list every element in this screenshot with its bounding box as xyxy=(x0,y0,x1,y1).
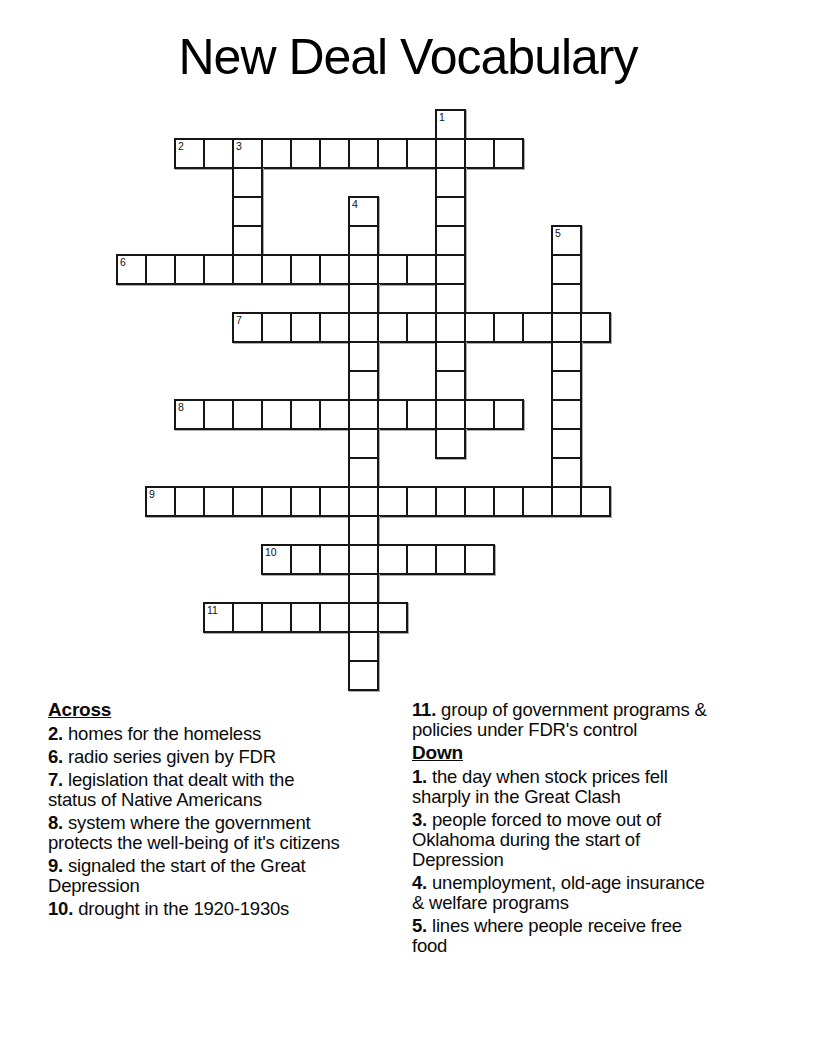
cell-number: 1 xyxy=(439,111,445,123)
cell-r5c15[interactable] xyxy=(551,254,582,285)
cell-r17c5[interactable] xyxy=(261,602,292,633)
cell-r12c15[interactable] xyxy=(551,457,582,488)
cell-r5c1[interactable] xyxy=(145,254,176,285)
cell-r14c8[interactable] xyxy=(348,515,379,546)
cell-r5c6[interactable] xyxy=(290,254,321,285)
cell-r8c11[interactable] xyxy=(435,341,466,372)
clue-number: 2. xyxy=(48,723,63,744)
cell-number: 5 xyxy=(555,227,561,239)
cell-r3c4[interactable] xyxy=(232,196,263,227)
cell-r1c3[interactable] xyxy=(203,138,234,169)
cell-r4c11[interactable] xyxy=(435,225,466,256)
cell-r10c3[interactable] xyxy=(203,399,234,430)
cell-number: 3 xyxy=(236,140,242,152)
cell-r7c12[interactable] xyxy=(464,312,495,343)
clue-text: signaled the start of the Great Depressi… xyxy=(48,855,306,896)
clue-number: 11. xyxy=(412,699,436,720)
cell-r17c8[interactable] xyxy=(348,602,379,633)
cell-r10c11[interactable] xyxy=(435,399,466,430)
cell-number: 11 xyxy=(207,604,218,616)
cell-r8c15[interactable] xyxy=(551,341,582,372)
clue-text: homes for the homeless xyxy=(68,723,261,744)
clue-text: radio series given by FDR xyxy=(68,746,276,767)
cell-r11c11[interactable] xyxy=(435,428,466,459)
cell-r11c15[interactable] xyxy=(551,428,582,459)
clue-down-1: 1.the day when stock prices fell sharply… xyxy=(412,767,784,807)
cell-r9c15[interactable] xyxy=(551,370,582,401)
clue-number: 8. xyxy=(48,812,63,833)
cell-r5c11[interactable] xyxy=(435,254,466,285)
clue-text: the day when stock prices fell sharply i… xyxy=(412,766,668,807)
cell-r17c3[interactable]: 11 xyxy=(203,602,234,633)
cell-r13c4[interactable] xyxy=(232,486,263,517)
cell-r5c10[interactable] xyxy=(406,254,437,285)
cell-r1c2[interactable]: 2 xyxy=(174,138,205,169)
cell-r5c4[interactable] xyxy=(232,254,263,285)
cell-r7c6[interactable] xyxy=(290,312,321,343)
cell-r6c15[interactable] xyxy=(551,283,582,314)
cell-r13c5[interactable] xyxy=(261,486,292,517)
cell-r5c7[interactable] xyxy=(319,254,350,285)
clue-text: people forced to move out of Oklahoma du… xyxy=(412,809,661,870)
cell-r1c8[interactable] xyxy=(348,138,379,169)
cell-r7c10[interactable] xyxy=(406,312,437,343)
clue-number: 3. xyxy=(412,809,427,830)
cell-r0c11[interactable]: 1 xyxy=(435,109,466,140)
cell-r3c11[interactable] xyxy=(435,196,466,227)
cell-r13c6[interactable] xyxy=(290,486,321,517)
clue-down-5: 5.lines where people receive free food xyxy=(412,916,784,956)
cell-r18c8[interactable] xyxy=(348,631,379,662)
cell-r11c8[interactable] xyxy=(348,428,379,459)
across-header: Across xyxy=(48,700,406,720)
cell-r13c7[interactable] xyxy=(319,486,350,517)
cell-r7c11[interactable] xyxy=(435,312,466,343)
cell-r10c6[interactable] xyxy=(290,399,321,430)
crossword-grid: 1234567891011 xyxy=(116,109,611,691)
clue-text: unemployment, old-age insurance & welfar… xyxy=(412,872,705,913)
cell-r6c8[interactable] xyxy=(348,283,379,314)
cell-r13c3[interactable] xyxy=(203,486,234,517)
cell-r10c10[interactable] xyxy=(406,399,437,430)
cell-r7c13[interactable] xyxy=(493,312,524,343)
cell-r7c14[interactable] xyxy=(522,312,553,343)
cell-r10c8[interactable] xyxy=(348,399,379,430)
cell-r15c8[interactable] xyxy=(348,544,379,575)
cell-r4c15[interactable]: 5 xyxy=(551,225,582,256)
cell-r7c5[interactable] xyxy=(261,312,292,343)
cell-r1c9[interactable] xyxy=(377,138,408,169)
cell-r5c3[interactable] xyxy=(203,254,234,285)
clue-across-10: 10.drought in the 1920-1930s xyxy=(48,899,406,919)
clue-down-4: 4.unemployment, old-age insurance & welf… xyxy=(412,873,784,913)
cell-r17c6[interactable] xyxy=(290,602,321,633)
cell-r9c8[interactable] xyxy=(348,370,379,401)
cell-r13c2[interactable] xyxy=(174,486,205,517)
cell-r7c15[interactable] xyxy=(551,312,582,343)
cell-r16c8[interactable] xyxy=(348,573,379,604)
clue-number: 9. xyxy=(48,855,63,876)
cell-r1c4[interactable]: 3 xyxy=(232,138,263,169)
clue-number: 6. xyxy=(48,746,63,767)
cell-r1c6[interactable] xyxy=(290,138,321,169)
cell-r15c12[interactable] xyxy=(464,544,495,575)
cell-r5c2[interactable] xyxy=(174,254,205,285)
cell-r13c8[interactable] xyxy=(348,486,379,517)
cell-r15c7[interactable] xyxy=(319,544,350,575)
cell-r6c11[interactable] xyxy=(435,283,466,314)
cell-r10c4[interactable] xyxy=(232,399,263,430)
cell-r13c13[interactable] xyxy=(493,486,524,517)
cell-r13c14[interactable] xyxy=(522,486,553,517)
cell-r10c7[interactable] xyxy=(319,399,350,430)
cell-r5c0[interactable]: 6 xyxy=(116,254,147,285)
cell-r19c8[interactable] xyxy=(348,660,379,691)
cell-r10c15[interactable] xyxy=(551,399,582,430)
clue-number: 1. xyxy=(412,766,427,787)
clue-across-6: 6.radio series given by FDR xyxy=(48,747,406,767)
cell-r13c11[interactable] xyxy=(435,486,466,517)
cell-number: 9 xyxy=(149,488,155,500)
cell-r15c6[interactable] xyxy=(290,544,321,575)
cell-r10c12[interactable] xyxy=(464,399,495,430)
cell-r10c13[interactable] xyxy=(493,399,524,430)
cell-r4c8[interactable] xyxy=(348,225,379,256)
cell-r13c16[interactable] xyxy=(580,486,611,517)
cell-number: 7 xyxy=(236,314,242,326)
cell-r7c16[interactable] xyxy=(580,312,611,343)
cell-r15c11[interactable] xyxy=(435,544,466,575)
cell-r10c5[interactable] xyxy=(261,399,292,430)
cell-r2c4[interactable] xyxy=(232,167,263,198)
clue-across-9: 9.signaled the start of the Great Depres… xyxy=(48,856,406,896)
clue-text: drought in the 1920-1930s xyxy=(78,898,289,919)
clue-number: 7. xyxy=(48,769,63,790)
cell-r7c7[interactable] xyxy=(319,312,350,343)
cell-number: 6 xyxy=(120,256,126,268)
cell-r13c1[interactable]: 9 xyxy=(145,486,176,517)
cell-r1c10[interactable] xyxy=(406,138,437,169)
cell-r17c9[interactable] xyxy=(377,602,408,633)
cell-r15c5[interactable]: 10 xyxy=(261,544,292,575)
across-clues-column: Across 2.homes for the homeless6.radio s… xyxy=(48,700,406,922)
cell-number: 8 xyxy=(178,401,184,413)
clue-number: 10. xyxy=(48,898,73,919)
clue-across-2: 2.homes for the homeless xyxy=(48,724,406,744)
cell-r5c5[interactable] xyxy=(261,254,292,285)
cell-r15c10[interactable] xyxy=(406,544,437,575)
cell-r3c8[interactable]: 4 xyxy=(348,196,379,227)
cell-r2c11[interactable] xyxy=(435,167,466,198)
clue-text: system where the government protects the… xyxy=(48,812,340,853)
cell-r4c4[interactable] xyxy=(232,225,263,256)
cell-r17c7[interactable] xyxy=(319,602,350,633)
cell-number: 2 xyxy=(178,140,184,152)
cell-r9c11[interactable] xyxy=(435,370,466,401)
clue-across-8: 8.system where the government protects t… xyxy=(48,813,406,853)
cell-r15c9[interactable] xyxy=(377,544,408,575)
down-header: Down xyxy=(412,743,784,763)
cell-number: 4 xyxy=(352,198,358,210)
cell-r1c11[interactable] xyxy=(435,138,466,169)
cell-r5c8[interactable] xyxy=(348,254,379,285)
clue-number: 4. xyxy=(412,872,427,893)
cell-r7c8[interactable] xyxy=(348,312,379,343)
clue-number: 5. xyxy=(412,915,427,936)
cell-number: 10 xyxy=(265,546,277,558)
cell-r17c4[interactable] xyxy=(232,602,263,633)
cell-r7c4[interactable]: 7 xyxy=(232,312,263,343)
cell-r1c5[interactable] xyxy=(261,138,292,169)
cell-r8c8[interactable] xyxy=(348,341,379,372)
cell-r1c13[interactable] xyxy=(493,138,524,169)
cell-r13c15[interactable] xyxy=(551,486,582,517)
clue-text: group of government programs & policies … xyxy=(412,699,707,740)
clue-down-3: 3.people forced to move out of Oklahoma … xyxy=(412,810,784,870)
cell-r13c10[interactable] xyxy=(406,486,437,517)
cell-r7c9[interactable] xyxy=(377,312,408,343)
cell-r1c7[interactable] xyxy=(319,138,350,169)
cell-r12c8[interactable] xyxy=(348,457,379,488)
cell-r10c9[interactable] xyxy=(377,399,408,430)
clue-text: legislation that dealt with the status o… xyxy=(48,769,294,810)
cell-r10c2[interactable]: 8 xyxy=(174,399,205,430)
clue-text: lines where people receive free food xyxy=(412,915,682,956)
cell-r1c12[interactable] xyxy=(464,138,495,169)
cell-r5c9[interactable] xyxy=(377,254,408,285)
cell-r13c12[interactable] xyxy=(464,486,495,517)
clue-across-7: 7.legislation that dealt with the status… xyxy=(48,770,406,810)
cell-r13c9[interactable] xyxy=(377,486,408,517)
clue-across-11: 11.group of government programs & polici… xyxy=(412,700,784,740)
down-clues-column: 11.group of government programs & polici… xyxy=(412,700,784,959)
page-title: New Deal Vocabulary xyxy=(0,28,816,86)
